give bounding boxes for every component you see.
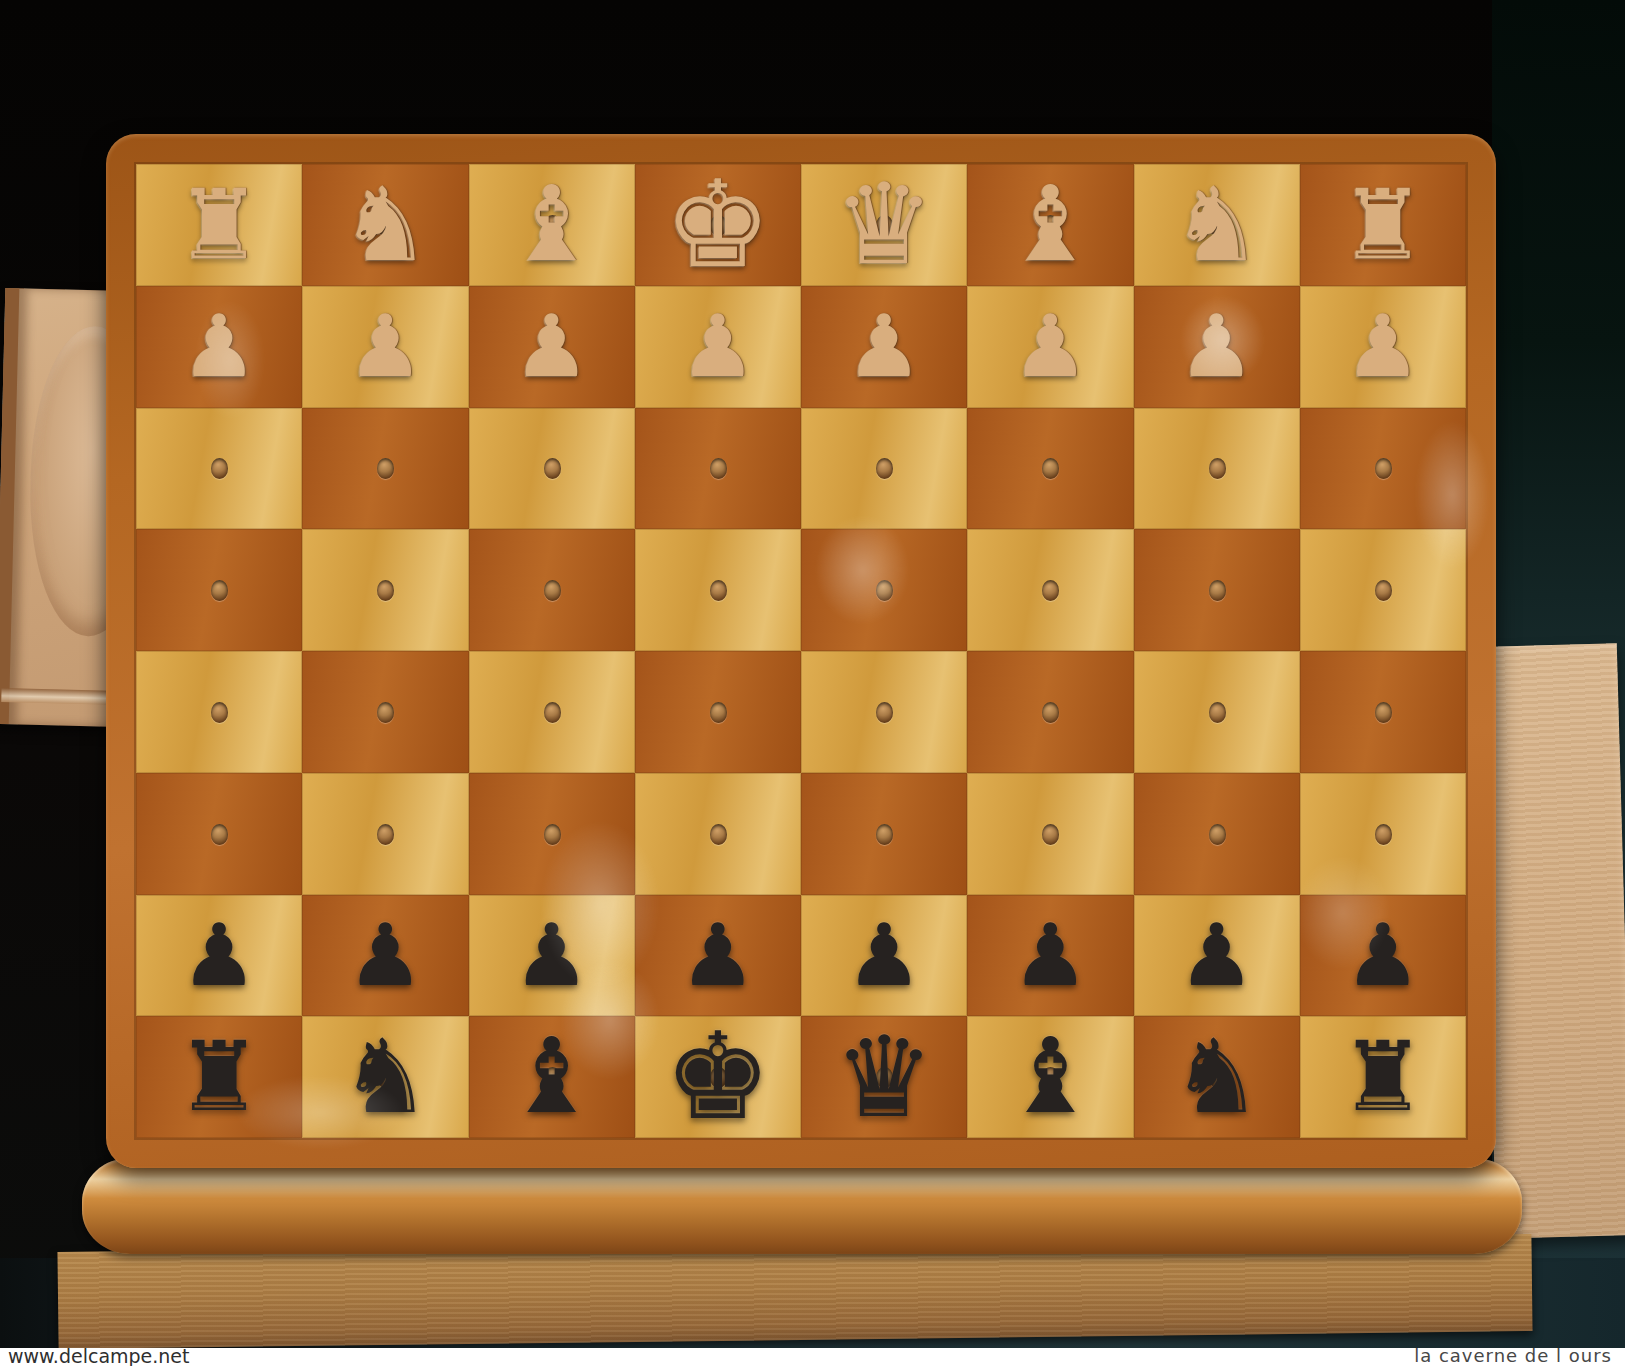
square-g1[interactable]: ♞ (302, 164, 468, 286)
square-h1[interactable]: ♜ (136, 164, 302, 286)
peg-hole (377, 458, 394, 479)
square-f6[interactable] (469, 773, 635, 895)
square-f2[interactable]: ♟ (469, 286, 635, 408)
peg-hole (544, 702, 561, 723)
peg-hole (1042, 458, 1059, 479)
black-pawn[interactable]: ♟ (1344, 916, 1421, 995)
black-rook[interactable]: ♜ (176, 1033, 262, 1121)
white-pawn[interactable]: ♟ (1178, 307, 1255, 386)
white-pawn[interactable]: ♟ (846, 307, 923, 386)
white-pawn[interactable]: ♟ (679, 307, 756, 386)
peg-hole (876, 702, 893, 723)
square-g6[interactable] (302, 773, 468, 895)
photo-scene: ♜♞♝♚♛♝♞♜♟♟♟♟♟♟♟♟♟♟♟♟♟♟♟♟♜♞♝♚♛♝♞♜ www.del… (0, 0, 1625, 1366)
square-d7[interactable]: ♟ (801, 895, 967, 1017)
peg-hole (710, 458, 727, 479)
white-pawn[interactable]: ♟ (347, 307, 424, 386)
square-c4[interactable] (967, 529, 1133, 651)
peg-hole (211, 580, 228, 601)
square-h8[interactable]: ♜ (136, 1016, 302, 1138)
black-pawn[interactable]: ♟ (846, 916, 923, 995)
peg-hole (377, 824, 394, 845)
watermark-author: la caverne de l ours (1414, 1347, 1612, 1365)
square-e5[interactable] (635, 651, 801, 773)
black-pawn[interactable]: ♟ (513, 916, 590, 995)
white-pawn[interactable]: ♟ (513, 307, 590, 386)
sliding-lid-right (1480, 643, 1625, 1239)
square-h6[interactable] (136, 773, 302, 895)
square-f4[interactable] (469, 529, 635, 651)
square-b2[interactable]: ♟ (1134, 286, 1300, 408)
square-b8[interactable]: ♞ (1134, 1016, 1300, 1138)
peg-hole (1042, 824, 1059, 845)
square-a1[interactable]: ♜ (1300, 164, 1466, 286)
black-queen[interactable]: ♛ (834, 1026, 934, 1129)
square-c1[interactable]: ♝ (967, 164, 1133, 286)
square-h5[interactable] (136, 651, 302, 773)
watermark-strip: www.delcampe.net la caverne de l ours (0, 1348, 1625, 1366)
black-knight[interactable]: ♞ (340, 1030, 431, 1124)
square-b4[interactable] (1134, 529, 1300, 651)
white-pawn[interactable]: ♟ (181, 307, 258, 386)
square-g3[interactable] (302, 408, 468, 530)
square-f7[interactable]: ♟ (469, 895, 635, 1017)
square-g4[interactable] (302, 529, 468, 651)
white-bishop[interactable]: ♝ (1004, 177, 1097, 273)
chessboard-frame: ♜♞♝♚♛♝♞♜♟♟♟♟♟♟♟♟♟♟♟♟♟♟♟♟♜♞♝♚♛♝♞♜ (106, 134, 1496, 1168)
peg-hole (876, 580, 893, 601)
black-pawn[interactable]: ♟ (1012, 916, 1089, 995)
peg-hole (710, 580, 727, 601)
white-bishop[interactable]: ♝ (505, 177, 598, 273)
square-c2[interactable]: ♟ (967, 286, 1133, 408)
square-d1[interactable]: ♛ (801, 164, 967, 286)
square-d6[interactable] (801, 773, 967, 895)
peg-hole (876, 458, 893, 479)
black-bishop[interactable]: ♝ (1004, 1029, 1097, 1125)
square-f1[interactable]: ♝ (469, 164, 635, 286)
peg-hole (1209, 458, 1226, 479)
square-c8[interactable]: ♝ (967, 1016, 1133, 1138)
square-d4[interactable] (801, 529, 967, 651)
square-a7[interactable]: ♟ (1300, 895, 1466, 1017)
peg-hole (211, 824, 228, 845)
square-d3[interactable] (801, 408, 967, 530)
square-h3[interactable] (136, 408, 302, 530)
square-g8[interactable]: ♞ (302, 1016, 468, 1138)
square-a8[interactable]: ♜ (1300, 1016, 1466, 1138)
square-d5[interactable] (801, 651, 967, 773)
square-c3[interactable] (967, 408, 1133, 530)
square-c6[interactable] (967, 773, 1133, 895)
peg-hole (1209, 702, 1226, 723)
black-pawn[interactable]: ♟ (181, 916, 258, 995)
black-pawn[interactable]: ♟ (679, 916, 756, 995)
peg-hole (1375, 824, 1392, 845)
peg-hole (1375, 580, 1392, 601)
peg-hole (1209, 824, 1226, 845)
board-grid: ♜♞♝♚♛♝♞♜♟♟♟♟♟♟♟♟♟♟♟♟♟♟♟♟♜♞♝♚♛♝♞♜ (136, 164, 1466, 1138)
square-c7[interactable]: ♟ (967, 895, 1133, 1017)
square-f5[interactable] (469, 651, 635, 773)
square-a3[interactable] (1300, 408, 1466, 530)
peg-hole (211, 702, 228, 723)
square-d2[interactable]: ♟ (801, 286, 967, 408)
square-e6[interactable] (635, 773, 801, 895)
black-rook[interactable]: ♜ (1340, 1033, 1426, 1121)
square-f8[interactable]: ♝ (469, 1016, 635, 1138)
white-rook[interactable]: ♜ (176, 181, 262, 269)
peg-hole (876, 824, 893, 845)
square-h7[interactable]: ♟ (136, 895, 302, 1017)
square-e3[interactable] (635, 408, 801, 530)
black-pawn[interactable]: ♟ (1178, 916, 1255, 995)
square-e1[interactable]: ♚ (635, 164, 801, 286)
white-knight[interactable]: ♞ (340, 178, 431, 272)
square-a2[interactable]: ♟ (1300, 286, 1466, 408)
square-h4[interactable] (136, 529, 302, 651)
wood-grain (1480, 643, 1625, 1239)
square-d8[interactable]: ♛ (801, 1016, 967, 1138)
watermark-site: www.delcampe.net (8, 1347, 190, 1366)
square-e7[interactable]: ♟ (635, 895, 801, 1017)
peg-hole (211, 458, 228, 479)
square-a4[interactable] (1300, 529, 1466, 651)
square-e2[interactable]: ♟ (635, 286, 801, 408)
peg-hole (710, 824, 727, 845)
peg-hole (1375, 702, 1392, 723)
white-rook[interactable]: ♜ (1340, 181, 1426, 269)
black-pawn[interactable]: ♟ (347, 916, 424, 995)
square-h2[interactable]: ♟ (136, 286, 302, 408)
black-king[interactable]: ♚ (664, 1022, 772, 1132)
peg-hole (1042, 580, 1059, 601)
square-g5[interactable] (302, 651, 468, 773)
square-g7[interactable]: ♟ (302, 895, 468, 1017)
white-king[interactable]: ♚ (664, 170, 772, 280)
peg-hole (544, 458, 561, 479)
square-b7[interactable]: ♟ (1134, 895, 1300, 1017)
black-bishop[interactable]: ♝ (505, 1029, 598, 1125)
square-c5[interactable] (967, 651, 1133, 773)
square-b5[interactable] (1134, 651, 1300, 773)
black-knight[interactable]: ♞ (1171, 1030, 1262, 1124)
square-f3[interactable] (469, 408, 635, 530)
white-pawn[interactable]: ♟ (1344, 307, 1421, 386)
white-queen[interactable]: ♛ (834, 173, 934, 276)
peg-hole (377, 702, 394, 723)
square-a6[interactable] (1300, 773, 1466, 895)
peg-hole (1209, 580, 1226, 601)
peg-hole (710, 702, 727, 723)
peg-hole (1042, 702, 1059, 723)
white-knight[interactable]: ♞ (1171, 178, 1262, 272)
square-b6[interactable] (1134, 773, 1300, 895)
square-g2[interactable]: ♟ (302, 286, 468, 408)
square-e8[interactable]: ♚ (635, 1016, 801, 1138)
board-rounded-edge (82, 1158, 1522, 1254)
peg-hole (544, 824, 561, 845)
peg-hole (1375, 458, 1392, 479)
white-pawn[interactable]: ♟ (1012, 307, 1089, 386)
square-e4[interactable] (635, 529, 801, 651)
peg-hole (544, 580, 561, 601)
square-b1[interactable]: ♞ (1134, 164, 1300, 286)
peg-hole (377, 580, 394, 601)
square-a5[interactable] (1300, 651, 1466, 773)
square-b3[interactable] (1134, 408, 1300, 530)
